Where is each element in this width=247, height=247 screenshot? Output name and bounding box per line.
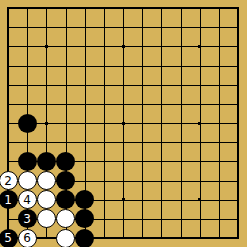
move-2-white-stone: 2 — [0, 171, 18, 190]
white-stone — [18, 171, 37, 190]
star-point — [198, 122, 201, 125]
move-1-black-stone: 1 — [0, 190, 18, 209]
grid-line-horizontal — [8, 142, 238, 143]
move-5-black-stone: 5 — [0, 229, 18, 247]
go-board-diagram: 214356 — [0, 0, 247, 247]
black-stone — [56, 171, 75, 190]
star-point — [198, 198, 201, 201]
star-point — [198, 45, 201, 48]
star-point — [122, 198, 125, 201]
black-stone — [18, 114, 37, 133]
black-stone — [56, 152, 75, 171]
grid-line-vertical — [181, 8, 182, 238]
grid-line-vertical — [142, 8, 143, 238]
star-point — [122, 122, 125, 125]
star-point — [45, 122, 48, 125]
grid-line-vertical — [161, 8, 162, 238]
star-point — [45, 45, 48, 48]
white-stone — [37, 171, 56, 190]
grid-line-vertical — [219, 8, 220, 238]
white-stone — [56, 229, 75, 247]
black-stone — [18, 152, 37, 171]
move-3-black-stone: 3 — [18, 209, 37, 228]
black-stone — [75, 229, 94, 247]
star-point — [122, 45, 125, 48]
white-stone — [37, 190, 56, 209]
move-6-white-stone: 6 — [18, 229, 37, 247]
black-stone — [37, 152, 56, 171]
move-4-white-stone: 4 — [18, 190, 37, 209]
